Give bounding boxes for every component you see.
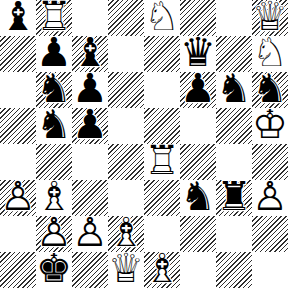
square-d8[interactable] [108,0,144,36]
square-b7[interactable]: ♟♟ [36,36,72,72]
white-pawn[interactable]: ♙ [72,216,108,250]
square-f6[interactable]: ♟♟ [180,72,216,108]
square-d6[interactable] [108,72,144,108]
square-a3[interactable]: ♟♙ [0,180,36,216]
black-pawn[interactable]: ♟ [72,108,108,142]
black-king[interactable]: ♚ [36,252,72,286]
square-f7[interactable]: ♛♛ [180,36,216,72]
square-b5[interactable]: ♞♞ [36,108,72,144]
black-bishop-halo: ♝ [0,0,36,34]
white-knight-halo: ♞ [144,0,180,34]
black-pawn-halo: ♟ [72,108,108,142]
black-knight[interactable]: ♞ [252,72,288,106]
white-bishop-halo: ♝ [36,180,72,214]
square-g2[interactable] [216,216,252,252]
square-c4[interactable] [72,144,108,180]
black-knight-halo: ♞ [36,108,72,142]
square-a2[interactable] [0,216,36,252]
white-bishop[interactable]: ♗ [144,252,180,286]
black-knight-halo: ♞ [216,72,252,106]
square-g4[interactable] [216,144,252,180]
square-f3[interactable]: ♞♞ [180,180,216,216]
black-knight[interactable]: ♞ [216,72,252,106]
black-queen[interactable]: ♛ [180,36,216,70]
black-pawn-halo: ♟ [72,72,108,106]
white-knight-halo: ♞ [252,36,288,70]
black-bishop[interactable]: ♝ [0,0,36,34]
white-bishop[interactable]: ♗ [36,180,72,214]
white-queen[interactable]: ♕ [252,0,288,34]
black-pawn-halo: ♟ [180,72,216,106]
square-d1[interactable]: ♛♕ [108,252,144,288]
black-knight-halo: ♞ [36,72,72,106]
square-h4[interactable] [252,144,288,180]
white-pawn-halo: ♟ [36,216,72,250]
square-g5[interactable] [216,108,252,144]
square-b6[interactable]: ♞♞ [36,72,72,108]
square-a6[interactable] [0,72,36,108]
square-g1[interactable] [216,252,252,288]
square-e2[interactable] [144,216,180,252]
square-f1[interactable] [180,252,216,288]
square-b2[interactable]: ♟♙ [36,216,72,252]
square-c6[interactable]: ♟♟ [72,72,108,108]
square-e6[interactable] [144,72,180,108]
square-h1[interactable] [252,252,288,288]
square-f2[interactable] [180,216,216,252]
black-rook-halo: ♜ [216,180,252,214]
square-g7[interactable] [216,36,252,72]
white-rook[interactable]: ♖ [144,144,180,178]
black-rook[interactable]: ♜ [216,180,252,214]
white-king[interactable]: ♔ [252,108,288,142]
white-pawn-halo: ♟ [252,180,288,214]
square-c5[interactable]: ♟♟ [72,108,108,144]
square-a7[interactable] [0,36,36,72]
white-pawn-halo: ♟ [0,180,36,214]
black-knight[interactable]: ♞ [36,108,72,142]
black-bishop[interactable]: ♝ [72,36,108,70]
square-b4[interactable] [36,144,72,180]
square-e3[interactable] [144,180,180,216]
white-pawn[interactable]: ♙ [252,180,288,214]
square-c2[interactable]: ♟♙ [72,216,108,252]
square-f4[interactable] [180,144,216,180]
black-knight[interactable]: ♞ [180,180,216,214]
square-c3[interactable] [72,180,108,216]
white-knight[interactable]: ♘ [144,0,180,34]
square-b8[interactable]: ♜♖ [36,0,72,36]
square-b1[interactable]: ♚♚ [36,252,72,288]
square-h6[interactable]: ♞♞ [252,72,288,108]
square-d7[interactable] [108,36,144,72]
square-h7[interactable]: ♞♘ [252,36,288,72]
white-queen[interactable]: ♕ [108,252,144,286]
white-rook-halo: ♜ [144,144,180,178]
black-king-halo: ♚ [36,252,72,286]
white-pawn[interactable]: ♙ [0,180,36,214]
square-d2[interactable]: ♝♗ [108,216,144,252]
white-rook-halo: ♜ [36,0,72,34]
square-e8[interactable]: ♞♘ [144,0,180,36]
black-pawn[interactable]: ♟ [180,72,216,106]
square-g6[interactable]: ♞♞ [216,72,252,108]
chess-board: ♝♝♜♖♞♘♛♕♟♟♝♝♛♛♞♘♞♞♟♟♟♟♞♞♞♞♞♞♟♟♚♔♜♖♟♙♝♗♞♞… [0,0,288,288]
black-queen-halo: ♛ [180,36,216,70]
black-pawn[interactable]: ♟ [72,72,108,106]
white-bishop-halo: ♝ [144,252,180,286]
black-knight[interactable]: ♞ [36,72,72,106]
square-g8[interactable] [216,0,252,36]
square-f8[interactable] [180,0,216,36]
square-f5[interactable] [180,108,216,144]
square-d3[interactable] [108,180,144,216]
square-e4[interactable]: ♜♖ [144,144,180,180]
square-d5[interactable] [108,108,144,144]
white-king-halo: ♚ [252,108,288,142]
square-h2[interactable] [252,216,288,252]
square-c1[interactable] [72,252,108,288]
black-knight-halo: ♞ [180,180,216,214]
white-queen-halo: ♛ [252,0,288,34]
white-bishop-halo: ♝ [108,216,144,250]
square-h5[interactable]: ♚♔ [252,108,288,144]
black-knight-halo: ♞ [252,72,288,106]
square-g3[interactable]: ♜♜ [216,180,252,216]
white-bishop[interactable]: ♗ [108,216,144,250]
square-a5[interactable] [0,108,36,144]
square-e7[interactable] [144,36,180,72]
square-b3[interactable]: ♝♗ [36,180,72,216]
square-c8[interactable] [72,0,108,36]
square-e5[interactable] [144,108,180,144]
square-h3[interactable]: ♟♙ [252,180,288,216]
black-bishop-halo: ♝ [72,36,108,70]
white-queen-halo: ♛ [108,252,144,286]
white-rook[interactable]: ♖ [36,0,72,34]
black-pawn-halo: ♟ [36,36,72,70]
square-a1[interactable] [0,252,36,288]
white-pawn-halo: ♟ [72,216,108,250]
square-a8[interactable]: ♝♝ [0,0,36,36]
square-d4[interactable] [108,144,144,180]
square-a4[interactable] [0,144,36,180]
black-pawn[interactable]: ♟ [36,36,72,70]
square-c7[interactable]: ♝♝ [72,36,108,72]
white-knight[interactable]: ♘ [252,36,288,70]
square-h8[interactable]: ♛♕ [252,0,288,36]
white-pawn[interactable]: ♙ [36,216,72,250]
square-e1[interactable]: ♝♗ [144,252,180,288]
